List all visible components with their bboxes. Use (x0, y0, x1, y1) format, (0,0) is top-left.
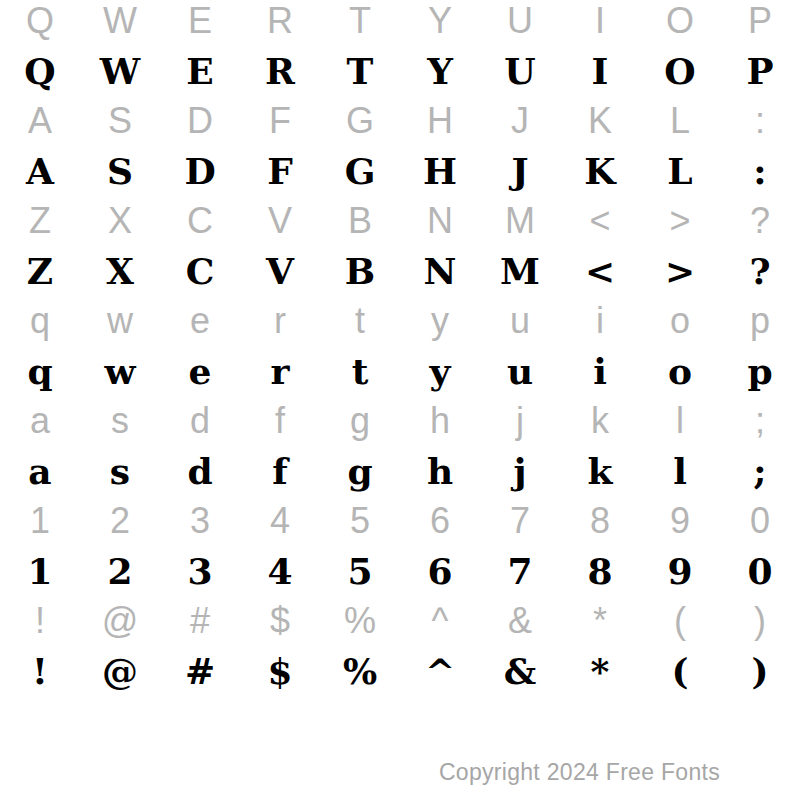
glyph-cell: U (480, 2, 560, 52)
glyph-cell: J (480, 102, 560, 152)
glyph-cell: y (400, 302, 480, 352)
glyph-cell: o (640, 352, 720, 402)
glyph-cell: S (80, 152, 160, 202)
glyph-row-bold: 1234567890 (0, 552, 800, 602)
glyph-cell: B (320, 202, 400, 252)
glyph-row-muted: asdfghjkl; (0, 402, 800, 452)
glyph-cell: 0 (720, 502, 800, 552)
glyph-cell: H (400, 152, 480, 202)
glyph-cell: h (400, 452, 480, 502)
glyph-cell: : (720, 152, 800, 202)
glyph-cell: 4 (240, 502, 320, 552)
glyph-row-muted: ASDFGHJKL: (0, 102, 800, 152)
glyph-cell: i (560, 352, 640, 402)
glyph-cell: C (160, 202, 240, 252)
glyph-cell: O (640, 52, 720, 102)
glyph-cell: % (320, 652, 400, 702)
glyph-cell: M (480, 252, 560, 302)
glyph-cell: 2 (80, 552, 160, 602)
glyph-cell: 5 (320, 502, 400, 552)
glyph-cell: 1 (0, 552, 80, 602)
glyph-cell: r (240, 302, 320, 352)
glyph-cell: > (640, 202, 720, 252)
glyph-cell: Q (0, 2, 80, 52)
glyph-cell: d (160, 452, 240, 502)
glyph-cell: 6 (400, 502, 480, 552)
glyph-cell: R (240, 2, 320, 52)
glyph-cell: X (80, 202, 160, 252)
glyph-cell: j (480, 402, 560, 452)
glyph-row-muted: qwertyuiop (0, 302, 800, 352)
glyph-cell: @ (80, 602, 160, 652)
glyph-cell: ! (0, 652, 80, 702)
glyph-cell: $ (240, 652, 320, 702)
glyph-cell: J (480, 152, 560, 202)
glyph-cell: g (320, 452, 400, 502)
glyph-row-bold: asdfghjkl; (0, 452, 800, 502)
glyph-row-muted: QWERTYUIOP (0, 2, 800, 52)
glyph-cell: ; (720, 402, 800, 452)
glyph-cell: ( (640, 602, 720, 652)
glyph-cell: T (320, 52, 400, 102)
glyph-cell: P (720, 2, 800, 52)
glyph-cell: 8 (560, 552, 640, 602)
glyph-cell: 9 (640, 552, 720, 602)
glyph-cell: ( (640, 652, 720, 702)
glyph-cell: Q (0, 52, 80, 102)
glyph-cell: s (80, 452, 160, 502)
glyph-cell: d (160, 402, 240, 452)
glyph-row-bold: ZXCVBNM<>? (0, 252, 800, 302)
glyph-cell: e (160, 352, 240, 402)
glyph-cell: M (480, 202, 560, 252)
glyph-cell: A (0, 102, 80, 152)
glyph-cell: k (560, 402, 640, 452)
glyph-cell: a (0, 452, 80, 502)
glyph-cell: $ (240, 602, 320, 652)
glyph-cell: 1 (0, 502, 80, 552)
glyph-cell: S (80, 102, 160, 152)
glyph-row-muted: 1234567890 (0, 502, 800, 552)
glyph-cell: ^ (400, 602, 480, 652)
glyph-cell: ) (720, 602, 800, 652)
glyph-cell: ? (720, 252, 800, 302)
glyph-cell: u (480, 302, 560, 352)
glyph-cell: o (640, 302, 720, 352)
glyph-cell: ! (0, 602, 80, 652)
glyph-cell: W (80, 52, 160, 102)
glyph-cell: > (640, 252, 720, 302)
glyph-cell: ^ (400, 652, 480, 702)
glyph-cell: X (80, 252, 160, 302)
glyph-cell: y (400, 352, 480, 402)
glyph-cell: I (560, 52, 640, 102)
glyph-cell: a (0, 402, 80, 452)
glyph-cell: E (160, 2, 240, 52)
glyph-cell: % (320, 602, 400, 652)
glyph-cell: K (560, 102, 640, 152)
glyph-cell: F (240, 152, 320, 202)
glyph-cell: E (160, 52, 240, 102)
glyph-cell: < (560, 252, 640, 302)
glyph-cell: B (320, 252, 400, 302)
copyright-text: Copyright 2024 Free Fonts (439, 759, 720, 786)
glyph-row-bold: ASDFGHJKL: (0, 152, 800, 202)
glyph-row-bold: QWERTYUIOP (0, 52, 800, 102)
glyph-row-bold: !@#$%^&*() (0, 652, 800, 702)
glyph-cell: j (480, 452, 560, 502)
glyph-cell: h (400, 402, 480, 452)
glyph-cell: e (160, 302, 240, 352)
glyph-cell: Y (400, 2, 480, 52)
glyph-cell: * (560, 652, 640, 702)
glyph-cell: 7 (480, 502, 560, 552)
glyph-cell: q (0, 302, 80, 352)
glyph-cell: 5 (320, 552, 400, 602)
glyph-cell: @ (80, 652, 160, 702)
glyph-cell: C (160, 252, 240, 302)
glyph-cell: L (640, 102, 720, 152)
glyph-cell: f (240, 402, 320, 452)
glyph-cell: Z (0, 252, 80, 302)
glyph-cell: 7 (480, 552, 560, 602)
glyph-cell: I (560, 2, 640, 52)
glyph-cell: u (480, 352, 560, 402)
glyph-cell: T (320, 2, 400, 52)
glyph-cell: N (400, 252, 480, 302)
glyph-cell: P (720, 52, 800, 102)
glyph-row-muted: !@#$%^&*() (0, 602, 800, 652)
glyph-cell: f (240, 452, 320, 502)
glyph-cell: w (80, 302, 160, 352)
glyph-cell: t (320, 352, 400, 402)
glyph-cell: * (560, 602, 640, 652)
glyph-cell: A (0, 152, 80, 202)
glyph-cell: K (560, 152, 640, 202)
glyph-cell: D (160, 152, 240, 202)
glyph-cell: 8 (560, 502, 640, 552)
glyph-row-bold: qwertyuiop (0, 352, 800, 402)
glyph-cell: s (80, 402, 160, 452)
glyph-cell: V (240, 252, 320, 302)
glyph-cell: g (320, 402, 400, 452)
glyph-cell: L (640, 152, 720, 202)
glyph-cell: H (400, 102, 480, 152)
glyph-cell: l (640, 402, 720, 452)
font-specimen-grid: QWERTYUIOPQWERTYUIOPASDFGHJKL:ASDFGHJKL:… (0, 2, 800, 702)
glyph-cell: 0 (720, 552, 800, 602)
glyph-row-muted: ZXCVBNM<>? (0, 202, 800, 252)
glyph-cell: p (720, 352, 800, 402)
glyph-cell: t (320, 302, 400, 352)
glyph-cell: p (720, 302, 800, 352)
glyph-cell: N (400, 202, 480, 252)
glyph-cell: D (160, 102, 240, 152)
glyph-cell: r (240, 352, 320, 402)
glyph-cell: W (80, 2, 160, 52)
glyph-cell: & (480, 602, 560, 652)
glyph-cell: ) (720, 652, 800, 702)
glyph-cell: ; (720, 452, 800, 502)
glyph-cell: w (80, 352, 160, 402)
glyph-cell: G (320, 152, 400, 202)
glyph-cell: R (240, 52, 320, 102)
glyph-cell: # (160, 652, 240, 702)
glyph-cell: 9 (640, 502, 720, 552)
glyph-cell: < (560, 202, 640, 252)
glyph-cell: Y (400, 52, 480, 102)
glyph-cell: F (240, 102, 320, 152)
glyph-cell: V (240, 202, 320, 252)
glyph-cell: 4 (240, 552, 320, 602)
glyph-cell: ? (720, 202, 800, 252)
glyph-cell: 2 (80, 502, 160, 552)
glyph-cell: & (480, 652, 560, 702)
glyph-cell: G (320, 102, 400, 152)
glyph-cell: k (560, 452, 640, 502)
glyph-cell: U (480, 52, 560, 102)
glyph-cell: 6 (400, 552, 480, 602)
glyph-cell: # (160, 602, 240, 652)
glyph-cell: l (640, 452, 720, 502)
glyph-cell: Z (0, 202, 80, 252)
glyph-cell: 3 (160, 552, 240, 602)
glyph-cell: i (560, 302, 640, 352)
glyph-cell: O (640, 2, 720, 52)
glyph-cell: 3 (160, 502, 240, 552)
glyph-cell: q (0, 352, 80, 402)
glyph-cell: : (720, 102, 800, 152)
